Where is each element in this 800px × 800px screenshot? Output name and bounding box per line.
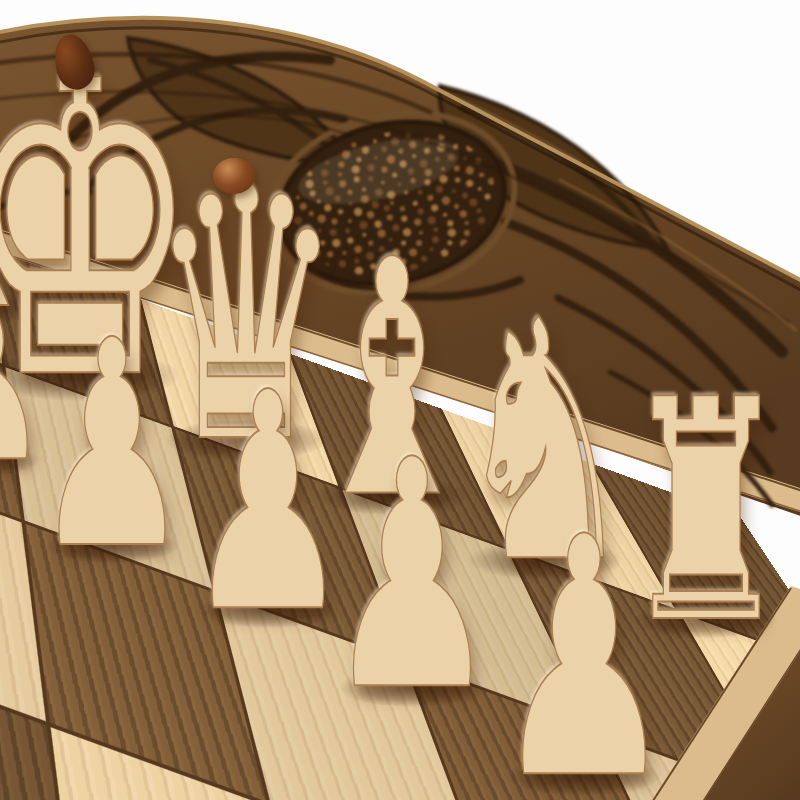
piece-white-pawn-b2[interactable]: ♟ [492,494,675,800]
pieces-layer: ♝♚♛♝♞♜♟♟♟♟♟ [0,0,800,800]
queen-ball [213,158,255,194]
piece-white-pawn-c2[interactable]: ♟ [324,419,499,734]
photo-stage: ♝♚♛♝♞♜♟♟♟♟♟ [0,0,800,800]
piece-white-pawn-e2[interactable]: ♟ [33,303,191,588]
